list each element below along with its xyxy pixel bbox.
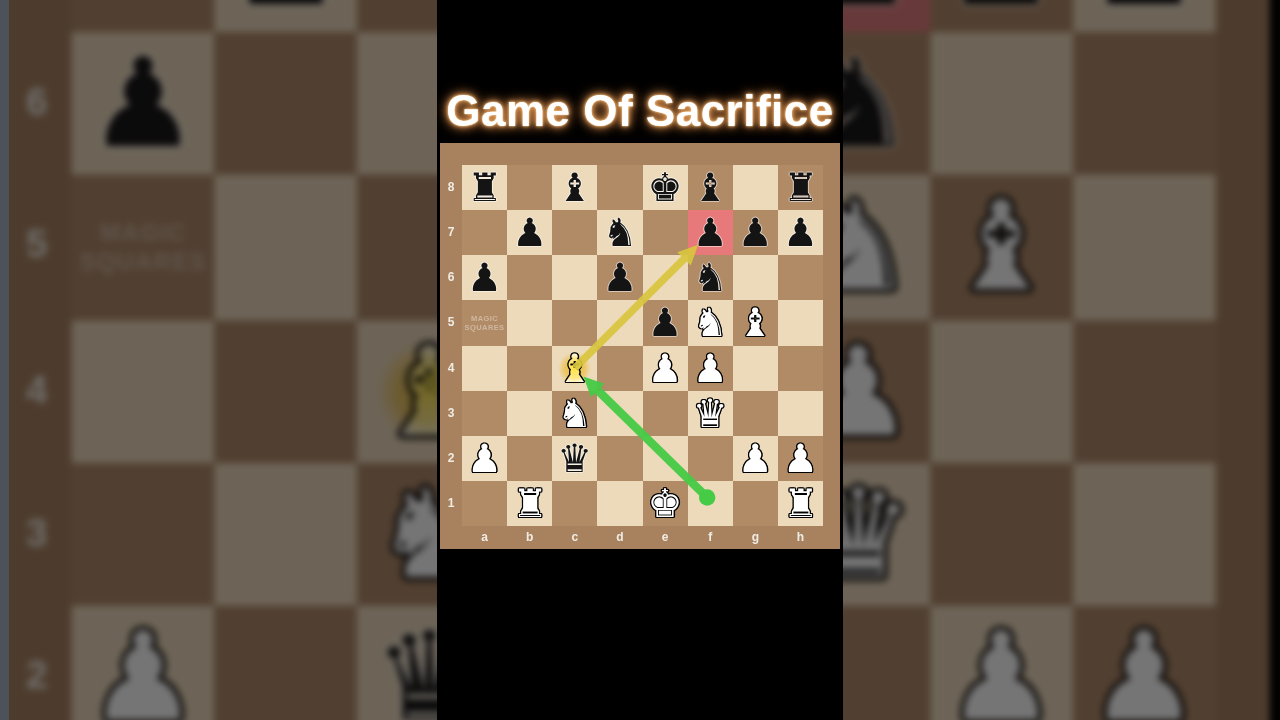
square-a5[interactable]: MAGICSQUARES (462, 300, 507, 345)
square-b1[interactable]: ♜ (507, 481, 552, 526)
piece-black-queen[interactable]: ♛ (552, 436, 597, 481)
square-h5[interactable] (778, 300, 823, 345)
square-g4[interactable] (733, 346, 778, 391)
piece-black-rook[interactable]: ♜ (462, 165, 507, 210)
piece-white-knight[interactable]: ♞ (552, 391, 597, 436)
square-c6[interactable] (552, 255, 597, 300)
piece-black-pawn[interactable]: ♟ (643, 300, 688, 345)
piece-white-pawn[interactable]: ♟ (462, 436, 507, 481)
rank-label-1: 1 (440, 481, 462, 526)
square-e5[interactable]: ♟ (643, 300, 688, 345)
rank-label-6: 6 (440, 255, 462, 300)
square-b3[interactable] (507, 391, 552, 436)
piece-white-pawn[interactable]: ♟ (688, 346, 733, 391)
piece-black-knight[interactable]: ♞ (688, 255, 733, 300)
square-d1[interactable] (597, 481, 642, 526)
rank-label-7: 7 (440, 210, 462, 255)
rank-label-4: 4 (440, 346, 462, 391)
square-d6[interactable]: ♟ (597, 255, 642, 300)
square-g5[interactable]: ♝ (733, 300, 778, 345)
square-b2[interactable] (507, 436, 552, 481)
piece-black-pawn[interactable]: ♟ (507, 210, 552, 255)
rank-label-8: 8 (440, 165, 462, 210)
file-label-d: d (597, 526, 642, 549)
piece-black-pawn[interactable]: ♟ (688, 210, 733, 255)
square-d5[interactable] (597, 300, 642, 345)
background-left-strip (0, 0, 9, 720)
piece-black-rook[interactable]: ♜ (778, 165, 823, 210)
magic-squares-watermark: MAGICSQUARES (462, 300, 507, 345)
square-b8[interactable] (507, 165, 552, 210)
square-c2[interactable]: ♛ (552, 436, 597, 481)
square-h3[interactable] (778, 391, 823, 436)
piece-black-pawn[interactable]: ♟ (733, 210, 778, 255)
square-a7[interactable] (462, 210, 507, 255)
piece-black-bishop[interactable]: ♝ (688, 165, 733, 210)
square-g2[interactable]: ♟ (733, 436, 778, 481)
square-a8[interactable]: ♜ (462, 165, 507, 210)
video-frame: ♜♝♚♝♜♟♞♟♟♟♟♟♞MAGICSQUARES♟♞♝♝♟♟♞♛♟♛♟♟♜♚♜… (0, 0, 1280, 720)
piece-white-rook[interactable]: ♜ (778, 481, 823, 526)
rank-label-2: 2 (440, 436, 462, 481)
square-g3[interactable] (733, 391, 778, 436)
video-title: Game Of Sacrifice (437, 86, 843, 136)
piece-black-pawn[interactable]: ♟ (462, 255, 507, 300)
square-c8[interactable]: ♝ (552, 165, 597, 210)
video-center-strip: Game Of Sacrifice ♜♝♚♝♜♟♞♟♟♟♟♟♞MAGICSQUA… (437, 0, 843, 720)
square-d7[interactable]: ♞ (597, 210, 642, 255)
square-h2[interactable]: ♟ (778, 436, 823, 481)
piece-black-knight[interactable]: ♞ (597, 210, 642, 255)
piece-black-pawn[interactable]: ♟ (597, 255, 642, 300)
square-e1[interactable]: ♚ (643, 481, 688, 526)
piece-white-knight[interactable]: ♞ (688, 300, 733, 345)
file-label-g: g (733, 526, 778, 549)
piece-white-king[interactable]: ♚ (643, 481, 688, 526)
square-e7[interactable] (643, 210, 688, 255)
watermark-line2: SQUARES (465, 323, 505, 332)
square-d2[interactable] (597, 436, 642, 481)
square-f2[interactable] (688, 436, 733, 481)
chess-board[interactable]: ♜♝♚♝♜♟♞♟♟♟♟♟♞MAGICSQUARES♟♞♝♝♟♟♞♛♟♛♟♟♜♚♜… (440, 143, 840, 549)
square-c7[interactable] (552, 210, 597, 255)
file-label-e: e (643, 526, 688, 549)
square-c5[interactable] (552, 300, 597, 345)
piece-white-bishop[interactable]: ♝ (733, 300, 778, 345)
square-e4[interactable]: ♟ (643, 346, 688, 391)
piece-white-pawn[interactable]: ♟ (733, 436, 778, 481)
square-a3[interactable] (462, 391, 507, 436)
square-h8[interactable]: ♜ (778, 165, 823, 210)
square-d4[interactable] (597, 346, 642, 391)
square-f3[interactable]: ♛ (688, 391, 733, 436)
square-c3[interactable]: ♞ (552, 391, 597, 436)
square-d3[interactable] (597, 391, 642, 436)
square-g6[interactable] (733, 255, 778, 300)
square-e6[interactable] (643, 255, 688, 300)
piece-white-rook[interactable]: ♜ (507, 481, 552, 526)
square-g7[interactable]: ♟ (733, 210, 778, 255)
piece-white-queen[interactable]: ♛ (688, 391, 733, 436)
rank-label-5: 5 (440, 300, 462, 345)
file-label-a: a (462, 526, 507, 549)
file-label-b: b (507, 526, 552, 549)
file-label-c: c (552, 526, 597, 549)
file-label-h: h (778, 526, 823, 549)
square-f8[interactable]: ♝ (688, 165, 733, 210)
square-f5[interactable]: ♞ (688, 300, 733, 345)
square-h4[interactable] (778, 346, 823, 391)
file-label-f: f (688, 526, 733, 549)
square-g1[interactable] (733, 481, 778, 526)
board-squares: ♜♝♚♝♜♟♞♟♟♟♟♟♞MAGICSQUARES♟♞♝♝♟♟♞♛♟♛♟♟♜♚♜ (462, 165, 823, 526)
square-d8[interactable] (597, 165, 642, 210)
square-a6[interactable]: ♟ (462, 255, 507, 300)
square-a4[interactable] (462, 346, 507, 391)
square-e8[interactable]: ♚ (643, 165, 688, 210)
square-b5[interactable] (507, 300, 552, 345)
square-h6[interactable] (778, 255, 823, 300)
square-f1[interactable] (688, 481, 733, 526)
square-f4[interactable]: ♟ (688, 346, 733, 391)
piece-black-bishop[interactable]: ♝ (552, 165, 597, 210)
square-h7[interactable]: ♟ (778, 210, 823, 255)
rank-label-3: 3 (440, 391, 462, 436)
square-b6[interactable] (507, 255, 552, 300)
square-e2[interactable] (643, 436, 688, 481)
square-f6[interactable]: ♞ (688, 255, 733, 300)
square-c1[interactable] (552, 481, 597, 526)
piece-black-pawn[interactable]: ♟ (778, 210, 823, 255)
square-a1[interactable] (462, 481, 507, 526)
square-h1[interactable]: ♜ (778, 481, 823, 526)
square-e3[interactable] (643, 391, 688, 436)
piece-white-bishop[interactable]: ♝ (552, 346, 597, 391)
square-c4[interactable]: ♝ (552, 346, 597, 391)
watermark-line1: MAGIC (471, 314, 498, 323)
piece-white-pawn[interactable]: ♟ (643, 346, 688, 391)
piece-black-king[interactable]: ♚ (643, 165, 688, 210)
square-b4[interactable] (507, 346, 552, 391)
square-g8[interactable] (733, 165, 778, 210)
square-a2[interactable]: ♟ (462, 436, 507, 481)
square-f7[interactable]: ♟ (688, 210, 733, 255)
piece-white-pawn[interactable]: ♟ (778, 436, 823, 481)
square-b7[interactable]: ♟ (507, 210, 552, 255)
